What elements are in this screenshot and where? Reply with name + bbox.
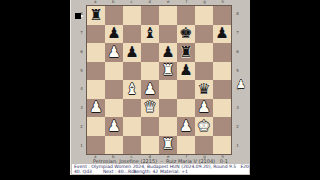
square-e2[interactable] [159,117,177,136]
white-rook[interactable]: ♜ [161,137,174,152]
material-indicator-pawn-icon: ♟ [236,79,246,90]
square-a8[interactable]: ♜ [87,6,105,25]
rank-label-1: 1 [78,144,85,148]
rank-label-8: 8 [234,12,241,16]
game-info-box: Event : Olympiad Women 2024, Budapest HU… [72,164,249,174]
rank-label-1: 1 [234,144,241,148]
black-rook[interactable]: ♜ [179,45,192,60]
square-d7[interactable]: ♝ [141,25,159,44]
white-pawn[interactable]: ♟ [107,119,120,134]
rank-label-6: 6 [78,50,85,54]
square-h7[interactable]: ♟ [213,25,231,44]
rank-label-7: 7 [234,31,241,35]
square-e6[interactable]: ♟ [159,43,177,62]
square-h1[interactable] [213,136,231,155]
white-queen[interactable]: ♛ [143,100,156,115]
board-panel: abcdefgh 87654321 87654321 abcdefgh ♜♟♝♚… [70,0,250,175]
side-to-move-indicator [75,13,81,19]
square-h5[interactable] [213,62,231,81]
square-g3[interactable]: ♟ [195,99,213,118]
rank-label-7: 7 [78,31,85,35]
rank-label-3: 3 [234,106,241,110]
square-c4[interactable]: ♝ [123,80,141,99]
square-e1[interactable]: ♜ [159,136,177,155]
square-b1[interactable] [105,136,123,155]
square-f8[interactable] [177,6,195,25]
black-pawn[interactable]: ♟ [107,26,120,41]
square-f1[interactable] [177,136,195,155]
square-e5[interactable]: ♜ [159,62,177,81]
square-a4[interactable] [87,80,105,99]
square-a2[interactable] [87,117,105,136]
square-h8[interactable] [213,6,231,25]
square-f2[interactable]: ♟ [177,117,195,136]
square-c6[interactable]: ♟ [123,43,141,62]
black-bishop[interactable]: ♝ [143,26,156,41]
square-b3[interactable] [105,99,123,118]
square-h4[interactable] [213,80,231,99]
rank-label-3: 3 [78,106,85,110]
rank-label-4: 4 [78,87,85,91]
square-a1[interactable] [87,136,105,155]
square-d6[interactable] [141,43,159,62]
square-f6[interactable]: ♜ [177,43,195,62]
square-b7[interactable]: ♟ [105,25,123,44]
white-pawn[interactable]: ♟ [197,100,210,115]
black-pawn[interactable]: ♟ [179,63,192,78]
square-g1[interactable] [195,136,213,155]
square-d4[interactable]: ♟ [141,80,159,99]
black-pawn[interactable]: ♟ [215,26,228,41]
square-b4[interactable] [105,80,123,99]
square-b2[interactable]: ♟ [105,117,123,136]
white-king[interactable]: ♚ [197,119,210,134]
rank-label-5: 5 [78,69,85,73]
white-pawn[interactable]: ♟ [179,119,192,134]
square-c5[interactable] [123,62,141,81]
rank-label-6: 6 [234,50,241,54]
rank-label-2: 2 [234,125,241,129]
square-c2[interactable] [123,117,141,136]
rank-labels-left: 87654321 [78,5,85,155]
square-b8[interactable] [105,6,123,25]
black-pawn[interactable]: ♟ [161,45,174,60]
game-length: Length: 42 [134,169,160,174]
square-e8[interactable] [159,6,177,25]
square-g4[interactable]: ♛ [195,80,213,99]
square-c3[interactable] [123,99,141,118]
square-b5[interactable] [105,62,123,81]
square-d2[interactable] [141,117,159,136]
white-pawn[interactable]: ♟ [89,100,102,115]
square-b6[interactable]: ♟ [105,43,123,62]
material-balance: Material: +1 [160,169,188,174]
square-h2[interactable] [213,117,231,136]
square-g8[interactable] [195,6,213,25]
square-h6[interactable] [213,43,231,62]
square-f4[interactable] [177,80,195,99]
white-rook[interactable]: ♜ [161,63,174,78]
last-move: 40. Qd3 [74,169,103,174]
square-c8[interactable] [123,6,141,25]
square-g2[interactable]: ♚ [195,117,213,136]
square-e7[interactable] [159,25,177,44]
black-rook[interactable]: ♜ [89,8,102,23]
square-g7[interactable] [195,25,213,44]
rank-label-5: 5 [234,69,241,73]
black-pawn[interactable]: ♟ [125,45,138,60]
square-e3[interactable] [159,99,177,118]
white-bishop[interactable]: ♝ [125,82,138,97]
square-d1[interactable] [141,136,159,155]
black-king[interactable]: ♚ [179,26,192,41]
square-a6[interactable] [87,43,105,62]
square-c1[interactable] [123,136,141,155]
square-d8[interactable] [141,6,159,25]
square-h3[interactable] [213,99,231,118]
square-f5[interactable]: ♟ [177,62,195,81]
square-g5[interactable] [195,62,213,81]
square-f3[interactable] [177,99,195,118]
next-move: Next : 40...Rd8 [103,169,134,174]
square-a7[interactable] [87,25,105,44]
board[interactable]: ♜♟♝♚♟♟♟♟♜♜♟♝♟♛♟♛♟♟♟♚♜ [86,5,232,155]
black-queen[interactable]: ♛ [197,82,210,97]
square-f7[interactable]: ♚ [177,25,195,44]
move-line: 40. Qd3 Next : 40...Rd8 Length: 42 Mater… [74,169,247,174]
square-e4[interactable] [159,80,177,99]
square-d5[interactable] [141,62,159,81]
square-c7[interactable] [123,25,141,44]
square-g6[interactable] [195,43,213,62]
square-d3[interactable]: ♛ [141,99,159,118]
white-pawn[interactable]: ♟ [107,45,120,60]
square-a3[interactable]: ♟ [87,99,105,118]
square-a5[interactable] [87,62,105,81]
rank-label-2: 2 [78,125,85,129]
white-pawn[interactable]: ♟ [143,82,156,97]
